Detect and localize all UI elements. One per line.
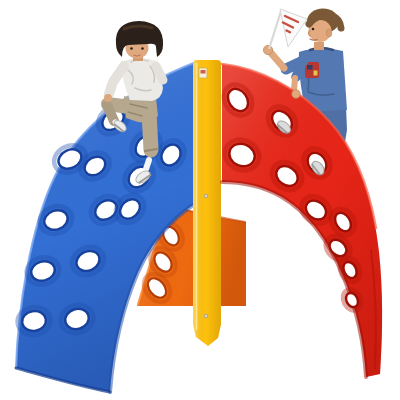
boy-gripping-hand — [292, 90, 300, 98]
boy-fist — [263, 45, 272, 54]
boy-right-forearm — [294, 78, 295, 90]
climbing-playset-scene — [0, 0, 400, 400]
boy-ear — [326, 29, 332, 37]
child-hand — [104, 94, 112, 102]
boy-left-forearm — [271, 53, 284, 68]
child-eye — [141, 47, 144, 50]
child-left-calf — [107, 105, 114, 121]
boy-right-sleeve — [296, 66, 301, 77]
child-left-sleeve — [156, 66, 163, 80]
boy-shirt-graphic-detail — [307, 65, 313, 70]
child-eye — [130, 47, 133, 50]
post-screw — [204, 314, 208, 318]
yellow-center-post — [193, 60, 221, 346]
post-screw — [204, 194, 208, 198]
pennant-flag — [269, 9, 307, 49]
boy-shirt-graphic-detail — [314, 71, 318, 76]
child-sock — [146, 160, 149, 169]
flag-pole — [269, 11, 281, 49]
product-photo — [0, 0, 400, 400]
boy-eye — [312, 28, 315, 31]
post-label-mark — [201, 70, 206, 74]
boy-neck — [314, 42, 324, 50]
child-right-sleeve — [109, 66, 124, 94]
